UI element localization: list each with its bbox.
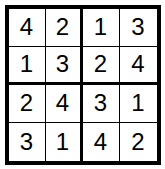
cell-r4c1[interactable]: 3 [9,123,46,161]
cell-r4c4[interactable]: 2 [120,123,157,161]
cell-r1c3[interactable]: 1 [83,9,120,47]
cell-r3c4[interactable]: 1 [120,85,157,123]
cell-r1c1[interactable]: 4 [9,9,46,47]
cell-r4c2[interactable]: 1 [46,123,83,161]
cell-r3c2[interactable]: 4 [46,85,83,123]
cell-r2c4[interactable]: 4 [120,47,157,85]
cell-r4c3[interactable]: 4 [83,123,120,161]
sudoku-page: 4 2 1 3 1 3 2 4 2 4 3 1 3 1 4 2 [0,0,165,169]
cell-r2c3[interactable]: 2 [83,47,120,85]
sudoku-board: 4 2 1 3 1 3 2 4 2 4 3 1 3 1 4 2 [5,5,161,165]
cell-r1c4[interactable]: 3 [120,9,157,47]
cell-r3c1[interactable]: 2 [9,85,46,123]
cell-r1c2[interactable]: 2 [46,9,83,47]
cell-r2c2[interactable]: 3 [46,47,83,85]
cell-r2c1[interactable]: 1 [9,47,46,85]
cell-r3c3[interactable]: 3 [83,85,120,123]
